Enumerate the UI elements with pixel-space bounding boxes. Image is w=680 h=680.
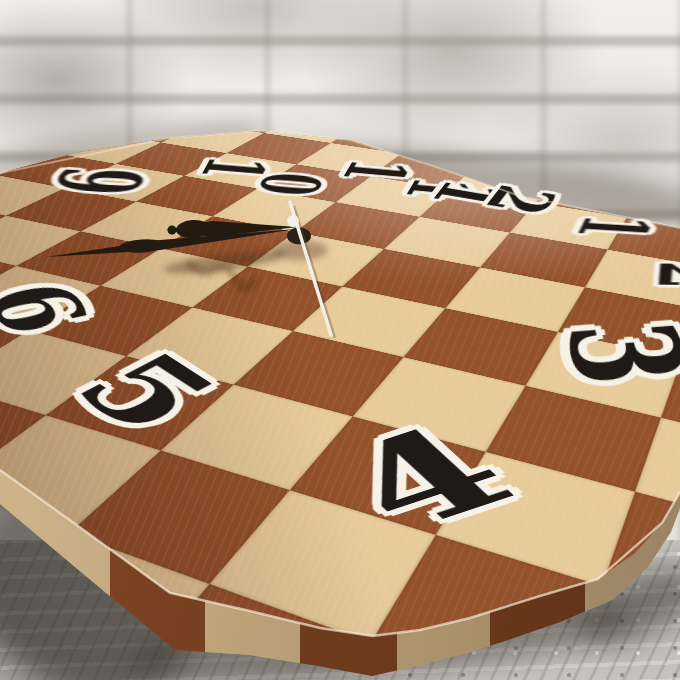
clock-hands	[0, 0, 680, 680]
board-top-edge-highlight	[0, 131, 680, 228]
board-bottom-edge-highlight	[0, 470, 680, 636]
second-hand	[287, 202, 335, 338]
photo-of-chessboard-clock: 9 1 0 1 1 1 2 1 2 3 4 5 6	[0, 0, 680, 680]
